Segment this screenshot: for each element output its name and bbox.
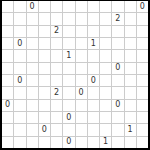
clue-number: 0 <box>30 3 35 11</box>
grid-cell-r1c4[interactable] <box>39 1 50 12</box>
clue-number: 0 <box>115 64 120 72</box>
grid-cell-r7c8[interactable]: 0 <box>88 75 99 86</box>
grid-cell-r2c12[interactable] <box>137 13 148 24</box>
grid-cell-r1c5[interactable] <box>51 1 62 12</box>
grid-cell-r3c5[interactable]: 2 <box>51 26 62 37</box>
grid-cell-r5c10[interactable] <box>112 50 123 61</box>
grid-cell-r1c9[interactable] <box>100 1 111 12</box>
grid-cell-r12c6[interactable]: 0 <box>63 137 74 148</box>
grid-cell-r3c2[interactable] <box>14 26 25 37</box>
grid-cell-r10c4[interactable] <box>39 112 50 123</box>
clue-number: 1 <box>128 126 133 134</box>
grid-cell-r10c9[interactable] <box>100 112 111 123</box>
grid-cell-r7c9[interactable] <box>100 75 111 86</box>
grid-cell-r3c1[interactable] <box>2 26 13 37</box>
grid-cell-r11c11[interactable]: 1 <box>125 124 136 135</box>
grid-cell-r7c5[interactable] <box>51 75 62 86</box>
grid-cell-r12c2[interactable] <box>14 137 25 148</box>
grid-cell-r8c4[interactable] <box>39 87 50 98</box>
grid-cell-r2c9[interactable] <box>100 13 111 24</box>
clue-number: 1 <box>66 52 71 60</box>
grid-cell-r8c12[interactable] <box>137 87 148 98</box>
grid-cell-r2c1[interactable] <box>2 13 13 24</box>
grid-cell-r10c12[interactable] <box>137 112 148 123</box>
grid-cell-r10c7[interactable] <box>76 112 87 123</box>
grid-cell-r5c1[interactable] <box>2 50 13 61</box>
grid-cell-r5c2[interactable] <box>14 50 25 61</box>
grid-cell-r6c7[interactable] <box>76 63 87 74</box>
grid-cell-r6c2[interactable] <box>14 63 25 74</box>
grid-cell-r10c1[interactable] <box>2 112 13 123</box>
grid-cell-r9c11[interactable] <box>125 100 136 111</box>
grid-cell-r11c6[interactable] <box>63 124 74 135</box>
grid-cell-r12c11[interactable] <box>125 137 136 148</box>
grid-cell-r10c3[interactable] <box>27 112 38 123</box>
grid-cell-r5c9[interactable] <box>100 50 111 61</box>
clue-number: 0 <box>17 77 22 85</box>
grid-cell-r4c5[interactable] <box>51 38 62 49</box>
grid-cell-r7c11[interactable] <box>125 75 136 86</box>
grid-cell-r2c7[interactable] <box>76 13 87 24</box>
grid-cell-r5c5[interactable] <box>51 50 62 61</box>
grid-cell-r11c7[interactable] <box>76 124 87 135</box>
grid-cell-r10c11[interactable] <box>125 112 136 123</box>
grid-cell-r1c3[interactable]: 0 <box>27 1 38 12</box>
grid-cell-r9c12[interactable] <box>137 100 148 111</box>
clue-number: 1 <box>103 138 108 146</box>
grid-cell-r6c11[interactable] <box>125 63 136 74</box>
grid-cell-r11c10[interactable] <box>112 124 123 135</box>
grid-cell-r11c5[interactable] <box>51 124 62 135</box>
grid-cell-r8c1[interactable] <box>2 87 13 98</box>
grid-cell-r11c4[interactable]: 0 <box>39 124 50 135</box>
grid-cell-r12c8[interactable] <box>88 137 99 148</box>
clue-number: 1 <box>91 40 96 48</box>
grid-cell-r9c3[interactable] <box>27 100 38 111</box>
clue-number: 0 <box>79 89 84 97</box>
grid-cell-r5c8[interactable] <box>88 50 99 61</box>
grid-cell-r5c11[interactable] <box>125 50 136 61</box>
clue-number: 2 <box>115 15 120 23</box>
grid-cell-r7c3[interactable] <box>27 75 38 86</box>
grid-cell-r2c3[interactable] <box>27 13 38 24</box>
grid-cell-r2c5[interactable] <box>51 13 62 24</box>
grid-cell-r3c4[interactable] <box>39 26 50 37</box>
grid-cell-r4c7[interactable] <box>76 38 87 49</box>
grid-cell-r4c11[interactable] <box>125 38 136 49</box>
grid-cell-r2c8[interactable] <box>88 13 99 24</box>
grid-cell-r11c9[interactable] <box>100 124 111 135</box>
grid-cell-r3c10[interactable] <box>112 26 123 37</box>
grid-cell-r12c9[interactable]: 1 <box>100 137 111 148</box>
clue-number: 0 <box>5 101 10 109</box>
grid-cell-r12c7[interactable] <box>76 137 87 148</box>
grid-cell-r11c8[interactable] <box>88 124 99 135</box>
grid-cell-r11c1[interactable] <box>2 124 13 135</box>
grid-cell-r8c8[interactable] <box>88 87 99 98</box>
clue-number: 0 <box>17 40 22 48</box>
clue-number: 2 <box>54 27 59 35</box>
grid-cell-r8c2[interactable] <box>14 87 25 98</box>
grid-cell-r8c3[interactable] <box>27 87 38 98</box>
grid-cell-r3c6[interactable] <box>63 26 74 37</box>
grid-cell-r7c4[interactable] <box>39 75 50 86</box>
grid-cell-r9c2[interactable] <box>14 100 25 111</box>
grid-cell-r8c5[interactable]: 2 <box>51 87 62 98</box>
grid-cell-r6c9[interactable] <box>100 63 111 74</box>
grid-cell-r7c12[interactable] <box>137 75 148 86</box>
grid-cell-r10c6[interactable]: 0 <box>63 112 74 123</box>
grid-cell-r11c2[interactable] <box>14 124 25 135</box>
clue-number: 2 <box>54 89 59 97</box>
grid-cell-r6c1[interactable] <box>2 63 13 74</box>
grid-cell-r12c4[interactable] <box>39 137 50 148</box>
grid-cell-r10c2[interactable] <box>14 112 25 123</box>
grid-cell-r2c10[interactable]: 2 <box>112 13 123 24</box>
grid-cell-r8c9[interactable] <box>100 87 111 98</box>
grid-cell-r10c8[interactable] <box>88 112 99 123</box>
grid-cell-r6c10[interactable]: 0 <box>112 63 123 74</box>
clue-number: 0 <box>42 126 47 134</box>
grid-cell-r1c8[interactable] <box>88 1 99 12</box>
grid-cell-r1c2[interactable] <box>14 1 25 12</box>
grid-cell-r9c6[interactable] <box>63 100 74 111</box>
grid-cell-r3c3[interactable] <box>27 26 38 37</box>
grid-cell-r7c6[interactable] <box>63 75 74 86</box>
grid-cell-r8c11[interactable] <box>125 87 136 98</box>
grid-cell-r10c5[interactable] <box>51 112 62 123</box>
grid-cell-r12c10[interactable] <box>112 137 123 148</box>
grid-cell-r4c12[interactable] <box>137 38 148 49</box>
grid-cell-r6c3[interactable] <box>27 63 38 74</box>
grid-cell-r5c4[interactable] <box>39 50 50 61</box>
grid-cell-r6c6[interactable] <box>63 63 74 74</box>
clue-number: 0 <box>66 138 71 146</box>
grid-cell-r7c1[interactable] <box>2 75 13 86</box>
clue-number: 0 <box>140 3 145 11</box>
grid-cell-r12c5[interactable] <box>51 137 62 148</box>
grid-cell-r1c7[interactable] <box>76 1 87 12</box>
grid-cell-r9c9[interactable] <box>100 100 111 111</box>
grid-cell-r5c7[interactable] <box>76 50 87 61</box>
grid-cell-r6c8[interactable] <box>88 63 99 74</box>
grid-cell-r6c4[interactable] <box>39 63 50 74</box>
grid-cell-r12c12[interactable] <box>137 137 148 148</box>
grid-cell-r9c5[interactable] <box>51 100 62 111</box>
grid-cell-r7c2[interactable]: 0 <box>14 75 25 86</box>
grid-cell-r3c9[interactable] <box>100 26 111 37</box>
grid-cell-r4c4[interactable] <box>39 38 50 49</box>
grid-cell-r4c9[interactable] <box>100 38 111 49</box>
grid-cell-r7c7[interactable] <box>76 75 87 86</box>
grid-cell-r8c10[interactable] <box>112 87 123 98</box>
grid-cell-r9c1[interactable]: 0 <box>2 100 13 111</box>
grid-cell-r3c8[interactable] <box>88 26 99 37</box>
grid-cell-r9c10[interactable]: 0 <box>112 100 123 111</box>
grid-cell-r3c12[interactable] <box>137 26 148 37</box>
grid-cell-r4c10[interactable] <box>112 38 123 49</box>
clue-number: 0 <box>115 101 120 109</box>
grid-cell-r12c1[interactable] <box>2 137 13 148</box>
grid-cell-r7c10[interactable] <box>112 75 123 86</box>
grid-cell-r6c12[interactable] <box>137 63 148 74</box>
grid-cell-r1c6[interactable] <box>63 1 74 12</box>
grid-cell-r1c1[interactable] <box>2 1 13 12</box>
grid-cell-r3c11[interactable] <box>125 26 136 37</box>
grid-cell-r4c8[interactable]: 1 <box>88 38 99 49</box>
grid-cell-r5c12[interactable] <box>137 50 148 61</box>
grid-cell-r1c11[interactable] <box>125 1 136 12</box>
grid-cell-r11c12[interactable] <box>137 124 148 135</box>
grid-cell-r1c10[interactable] <box>112 1 123 12</box>
grid-cell-r8c6[interactable] <box>63 87 74 98</box>
grid-cell-r10c10[interactable] <box>112 112 123 123</box>
grid-cell-r4c3[interactable] <box>27 38 38 49</box>
grid-cell-r2c11[interactable] <box>125 13 136 24</box>
grid-cell-r6c5[interactable] <box>51 63 62 74</box>
grid-cell-r8c7[interactable]: 0 <box>76 87 87 98</box>
grid-cell-r1c12[interactable]: 0 <box>137 1 148 12</box>
slitherlink-board: 0022011000200000101 <box>0 0 150 150</box>
grid-cell-r4c1[interactable] <box>2 38 13 49</box>
grid-cell-r3c7[interactable] <box>76 26 87 37</box>
grid-cell-r12c3[interactable] <box>27 137 38 148</box>
grid-cell-r9c8[interactable] <box>88 100 99 111</box>
grid-cell-r4c2[interactable]: 0 <box>14 38 25 49</box>
grid-cell-r2c2[interactable] <box>14 13 25 24</box>
grid-cell-r9c7[interactable] <box>76 100 87 111</box>
clue-number: 0 <box>91 77 96 85</box>
grid-cell-r11c3[interactable] <box>27 124 38 135</box>
grid-cell-r9c4[interactable] <box>39 100 50 111</box>
grid-cell-r4c6[interactable] <box>63 38 74 49</box>
grid-cell-r2c4[interactable] <box>39 13 50 24</box>
grid-cell-r5c6[interactable]: 1 <box>63 50 74 61</box>
grid-cell-r2c6[interactable] <box>63 13 74 24</box>
grid-cell-r5c3[interactable] <box>27 50 38 61</box>
clue-number: 0 <box>66 114 71 122</box>
